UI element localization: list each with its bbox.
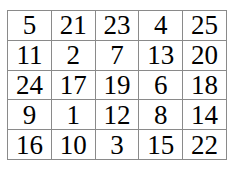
grid-cell[interactable]: 17 <box>52 71 96 101</box>
number-grid: 5212342511271320241719618911281416103152… <box>7 10 227 160</box>
grid-cell[interactable]: 20 <box>183 41 227 71</box>
grid-cell[interactable]: 6 <box>139 71 183 101</box>
grid-cell[interactable]: 5 <box>8 11 52 41</box>
grid-cell[interactable]: 23 <box>96 11 140 41</box>
grid-cell[interactable]: 7 <box>96 41 140 71</box>
grid-cell[interactable]: 25 <box>183 11 227 41</box>
grid-cell[interactable]: 18 <box>183 71 227 101</box>
grid-cell[interactable]: 3 <box>96 130 140 160</box>
grid-cell[interactable]: 14 <box>183 100 227 130</box>
grid-cell[interactable]: 15 <box>139 130 183 160</box>
grid-cell[interactable]: 2 <box>52 41 96 71</box>
grid-cell[interactable]: 11 <box>8 41 52 71</box>
grid-cell[interactable]: 9 <box>8 100 52 130</box>
grid-cell[interactable]: 21 <box>52 11 96 41</box>
grid-cell[interactable]: 10 <box>52 130 96 160</box>
grid-cell[interactable]: 22 <box>183 130 227 160</box>
grid-cell[interactable]: 19 <box>96 71 140 101</box>
grid-cell[interactable]: 24 <box>8 71 52 101</box>
grid-cell[interactable]: 4 <box>139 11 183 41</box>
grid-cell[interactable]: 12 <box>96 100 140 130</box>
grid-cell[interactable]: 16 <box>8 130 52 160</box>
grid-cell[interactable]: 13 <box>139 41 183 71</box>
grid-cell[interactable]: 1 <box>52 100 96 130</box>
grid-cell[interactable]: 8 <box>139 100 183 130</box>
